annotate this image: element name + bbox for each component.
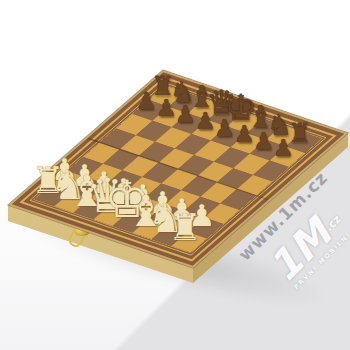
product-photo-stage: ♜♞♝♛♚♝♞♜♟♟♟♟♟♟♟♟♟♟♟♟♟♟♟♟♜♞♝♛♚♝♞♜ www.1m.…: [0, 0, 350, 350]
